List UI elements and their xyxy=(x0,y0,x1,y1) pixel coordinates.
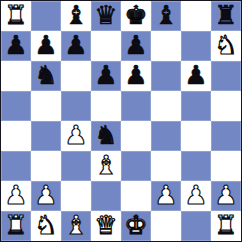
square-h7[interactable]: ♞ xyxy=(211,31,241,61)
square-f7[interactable] xyxy=(151,31,181,61)
square-g4[interactable] xyxy=(181,121,211,151)
square-f5[interactable] xyxy=(151,91,181,121)
square-d2[interactable] xyxy=(91,181,121,211)
white-pawn-g2: ♟ xyxy=(184,182,207,208)
square-f3[interactable] xyxy=(151,151,181,181)
square-c2[interactable] xyxy=(61,181,91,211)
square-e1[interactable]: ♚ xyxy=(121,211,151,241)
white-bishop-d3: ♝ xyxy=(94,152,117,178)
square-f1[interactable] xyxy=(151,211,181,241)
white-bishop-c1: ♝ xyxy=(64,212,87,238)
white-rook-h1: ♜ xyxy=(214,212,237,238)
square-c7[interactable]: ♟ xyxy=(61,31,91,61)
square-g7[interactable] xyxy=(181,31,211,61)
square-a4[interactable] xyxy=(1,121,31,151)
white-rook-a1: ♜ xyxy=(4,212,27,238)
square-a1[interactable]: ♜ xyxy=(1,211,31,241)
square-c8[interactable]: ♝ xyxy=(61,1,91,31)
square-a8[interactable]: ♜ xyxy=(1,1,31,31)
square-g3[interactable] xyxy=(181,151,211,181)
black-pawn-e6: ♟ xyxy=(124,62,147,88)
square-b3[interactable] xyxy=(31,151,61,181)
square-d5[interactable] xyxy=(91,91,121,121)
white-rook-a8: ♜ xyxy=(4,2,27,28)
square-b4[interactable] xyxy=(31,121,61,151)
white-queen-d1: ♛ xyxy=(94,212,117,238)
white-king-e1: ♚ xyxy=(124,212,147,238)
square-f2[interactable]: ♟ xyxy=(151,181,181,211)
square-a5[interactable] xyxy=(1,91,31,121)
white-pawn-f2: ♟ xyxy=(154,182,177,208)
square-a7[interactable]: ♟ xyxy=(1,31,31,61)
square-f6[interactable] xyxy=(151,61,181,91)
square-a2[interactable]: ♟ xyxy=(1,181,31,211)
white-knight-h7: ♞ xyxy=(214,32,237,58)
square-d6[interactable]: ♟ xyxy=(91,61,121,91)
square-g8[interactable] xyxy=(181,1,211,31)
square-g2[interactable]: ♟ xyxy=(181,181,211,211)
square-b5[interactable] xyxy=(31,91,61,121)
square-g5[interactable] xyxy=(181,91,211,121)
white-pawn-b2: ♟ xyxy=(34,182,57,208)
black-pawn-b7: ♟ xyxy=(34,32,57,58)
black-pawn-e7: ♟ xyxy=(124,32,147,58)
square-b7[interactable]: ♟ xyxy=(31,31,61,61)
square-a6[interactable] xyxy=(1,61,31,91)
square-e3[interactable] xyxy=(121,151,151,181)
black-pawn-g6: ♟ xyxy=(184,62,207,88)
square-e4[interactable] xyxy=(121,121,151,151)
square-h6[interactable] xyxy=(211,61,241,91)
square-b1[interactable]: ♞ xyxy=(31,211,61,241)
black-bishop-f8: ♝ xyxy=(154,2,177,28)
square-d7[interactable] xyxy=(91,31,121,61)
square-c6[interactable] xyxy=(61,61,91,91)
square-a3[interactable] xyxy=(1,151,31,181)
square-c5[interactable] xyxy=(61,91,91,121)
white-pawn-c4: ♟ xyxy=(64,122,87,148)
square-g6[interactable]: ♟ xyxy=(181,61,211,91)
square-c1[interactable]: ♝ xyxy=(61,211,91,241)
square-e6[interactable]: ♟ xyxy=(121,61,151,91)
square-e2[interactable] xyxy=(121,181,151,211)
square-c3[interactable] xyxy=(61,151,91,181)
white-pawn-a2: ♟ xyxy=(4,182,27,208)
square-d1[interactable]: ♛ xyxy=(91,211,121,241)
square-b6[interactable]: ♞ xyxy=(31,61,61,91)
black-king-e8: ♚ xyxy=(124,2,147,28)
white-knight-b1: ♞ xyxy=(34,212,57,238)
square-h4[interactable] xyxy=(211,121,241,151)
square-h2[interactable]: ♟ xyxy=(211,181,241,211)
black-pawn-a7: ♟ xyxy=(4,32,27,58)
square-e7[interactable]: ♟ xyxy=(121,31,151,61)
black-knight-b6: ♞ xyxy=(34,62,57,88)
black-pawn-d6: ♟ xyxy=(94,62,117,88)
square-f8[interactable]: ♝ xyxy=(151,1,181,31)
square-d8[interactable]: ♛ xyxy=(91,1,121,31)
white-pawn-h2: ♟ xyxy=(214,182,237,208)
square-d4[interactable]: ♞ xyxy=(91,121,121,151)
black-queen-d8: ♛ xyxy=(94,2,117,28)
square-e5[interactable] xyxy=(121,91,151,121)
square-d3[interactable]: ♝ xyxy=(91,151,121,181)
square-g1[interactable] xyxy=(181,211,211,241)
black-rook-h8: ♜ xyxy=(214,2,237,28)
square-h5[interactable] xyxy=(211,91,241,121)
black-knight-d4: ♞ xyxy=(94,122,117,148)
square-b8[interactable] xyxy=(31,1,61,31)
square-h1[interactable]: ♜ xyxy=(211,211,241,241)
square-c4[interactable]: ♟ xyxy=(61,121,91,151)
square-e8[interactable]: ♚ xyxy=(121,1,151,31)
chess-board: ♜♝♛♚♝♜♟♟♟♟♞♞♟♟♟♟♞♝♟♟♟♟♟♜♞♝♛♚♜ xyxy=(0,0,242,242)
black-pawn-c7: ♟ xyxy=(64,32,87,58)
black-bishop-c8: ♝ xyxy=(64,2,87,28)
square-h8[interactable]: ♜ xyxy=(211,1,241,31)
square-h3[interactable] xyxy=(211,151,241,181)
square-b2[interactable]: ♟ xyxy=(31,181,61,211)
square-f4[interactable] xyxy=(151,121,181,151)
